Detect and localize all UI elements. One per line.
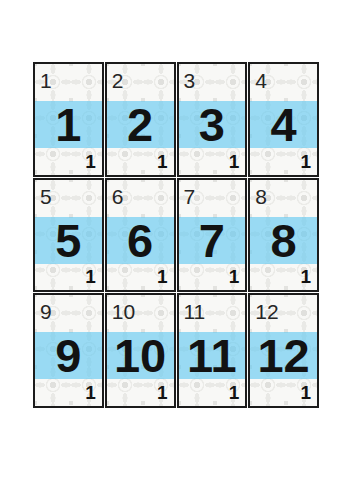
- cell-blue-band: 7: [179, 217, 246, 264]
- cell-badge-row: 1: [35, 264, 102, 291]
- cell-blue-band: 2: [107, 101, 174, 148]
- card-cell-7: 7 7 1: [177, 178, 248, 293]
- cell-badge-row: 1: [250, 148, 317, 175]
- cell-corner-number: 8: [250, 180, 317, 217]
- cell-blue-band: 11: [179, 332, 246, 379]
- cell-corner-number: 5: [35, 180, 102, 217]
- cell-blue-band: 6: [107, 217, 174, 264]
- card-cell-10: 10 10 1: [105, 293, 176, 408]
- cell-badge-row: 1: [107, 264, 174, 291]
- cell-badge-number: 1: [85, 383, 96, 402]
- cell-badge-row: 1: [179, 148, 246, 175]
- cell-badge-row: 1: [250, 379, 317, 406]
- cell-blue-band: 1: [35, 101, 102, 148]
- card-cell-5: 5 5 1: [33, 178, 104, 293]
- card-cell-9: 9 9 1: [33, 293, 104, 408]
- cell-main-number: 1: [55, 101, 81, 148]
- cell-corner-number: 2: [107, 64, 174, 101]
- card-cell-4: 4 4 1: [248, 62, 319, 177]
- cell-badge-number: 1: [85, 267, 96, 286]
- card-cell-3: 3 3 1: [177, 62, 248, 177]
- cell-badge-row: 1: [35, 148, 102, 175]
- cell-main-number: 2: [127, 101, 153, 148]
- cell-badge-number: 1: [157, 152, 168, 171]
- cell-blue-band: 12: [250, 332, 317, 379]
- card-cell-6: 6 6 1: [105, 178, 176, 293]
- cell-blue-band: 3: [179, 101, 246, 148]
- cell-blue-band: 5: [35, 217, 102, 264]
- cell-corner-number: 7: [179, 180, 246, 217]
- cell-blue-band: 4: [250, 101, 317, 148]
- cell-corner-number: 6: [107, 180, 174, 217]
- cell-badge-row: 1: [35, 379, 102, 406]
- cell-badge-number: 1: [229, 267, 240, 286]
- cell-main-number: 3: [199, 101, 225, 148]
- cell-badge-number: 1: [300, 267, 311, 286]
- card-cell-1: 1 1 1: [33, 62, 104, 177]
- cell-main-number: 8: [271, 217, 297, 264]
- cell-main-number: 6: [127, 217, 153, 264]
- cell-badge-row: 1: [250, 264, 317, 291]
- card-cell-8: 8 8 1: [248, 178, 319, 293]
- cell-corner-number: 4: [250, 64, 317, 101]
- card-cell-11: 11 11 1: [177, 293, 248, 408]
- cell-corner-number: 11: [179, 295, 246, 332]
- card-cell-12: 12 12 1: [248, 293, 319, 408]
- cell-main-number: 11: [187, 332, 237, 379]
- cell-badge-row: 1: [107, 148, 174, 175]
- cell-badge-number: 1: [300, 383, 311, 402]
- cell-main-number: 7: [199, 217, 225, 264]
- cell-badge-number: 1: [85, 152, 96, 171]
- cell-badge-row: 1: [107, 379, 174, 406]
- cell-corner-number: 12: [250, 295, 317, 332]
- cell-corner-number: 1: [35, 64, 102, 101]
- cell-badge-number: 1: [157, 267, 168, 286]
- cell-corner-number: 3: [179, 64, 246, 101]
- cell-blue-band: 9: [35, 332, 102, 379]
- cell-main-number: 9: [55, 332, 81, 379]
- cell-badge-row: 1: [179, 264, 246, 291]
- cell-corner-number: 10: [107, 295, 174, 332]
- cell-badge-number: 1: [300, 152, 311, 171]
- cell-badge-number: 1: [157, 383, 168, 402]
- cell-blue-band: 8: [250, 217, 317, 264]
- cell-blue-band: 10: [107, 332, 174, 379]
- flashcard-grid: 1 1 1 2 2 1 3 3 1 4 4 1 5: [33, 62, 319, 408]
- cell-main-number: 5: [55, 217, 81, 264]
- cell-badge-row: 1: [179, 379, 246, 406]
- cell-badge-number: 1: [229, 152, 240, 171]
- cell-corner-number: 9: [35, 295, 102, 332]
- card-cell-2: 2 2 1: [105, 62, 176, 177]
- cell-main-number: 12: [257, 332, 309, 379]
- cell-badge-number: 1: [229, 383, 240, 402]
- cell-main-number: 10: [114, 332, 166, 379]
- cell-main-number: 4: [271, 101, 297, 148]
